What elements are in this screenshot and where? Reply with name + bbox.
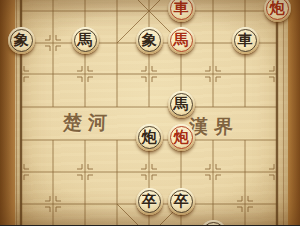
piece-black-elephant[interactable]: 象 [8, 27, 35, 54]
piece-black-elephant[interactable]: 象 [136, 27, 163, 54]
river-label-left: 楚河 [63, 110, 114, 136]
piece-glyph: 炮 [168, 124, 195, 151]
piece-glyph: 卒 [200, 220, 227, 226]
piece-black-cannon[interactable]: 炮 [136, 124, 163, 151]
piece-black-soldier[interactable]: 卒 [168, 188, 195, 215]
piece-glyph: 卒 [136, 188, 163, 215]
piece-red-horse[interactable]: 馬 [168, 27, 195, 54]
piece-glyph: 車 [168, 0, 195, 22]
piece-glyph: 馬 [168, 27, 195, 54]
piece-glyph: 象 [8, 27, 35, 54]
piece-glyph: 象 [136, 27, 163, 54]
piece-glyph: 炮 [264, 0, 291, 22]
piece-black-soldier[interactable]: 卒 [200, 220, 227, 226]
piece-glyph: 車 [232, 27, 259, 54]
piece-black-horse[interactable]: 馬 [168, 91, 195, 118]
river-label-right: 漢界 [189, 114, 240, 140]
xiangqi-game-screen: 楚河 漢界 車炮象馬象馬車馬炮炮卒卒卒 [0, 0, 300, 225]
piece-black-chariot[interactable]: 車 [232, 27, 259, 54]
piece-red-cannon[interactable]: 炮 [168, 124, 195, 151]
piece-red-cannon[interactable]: 炮 [264, 0, 291, 22]
piece-black-soldier[interactable]: 卒 [136, 188, 163, 215]
piece-glyph: 炮 [136, 124, 163, 151]
piece-glyph: 馬 [168, 91, 195, 118]
piece-glyph: 卒 [168, 188, 195, 215]
piece-black-horse[interactable]: 馬 [72, 27, 99, 54]
piece-glyph: 馬 [72, 27, 99, 54]
piece-red-chariot[interactable]: 車 [168, 0, 195, 22]
